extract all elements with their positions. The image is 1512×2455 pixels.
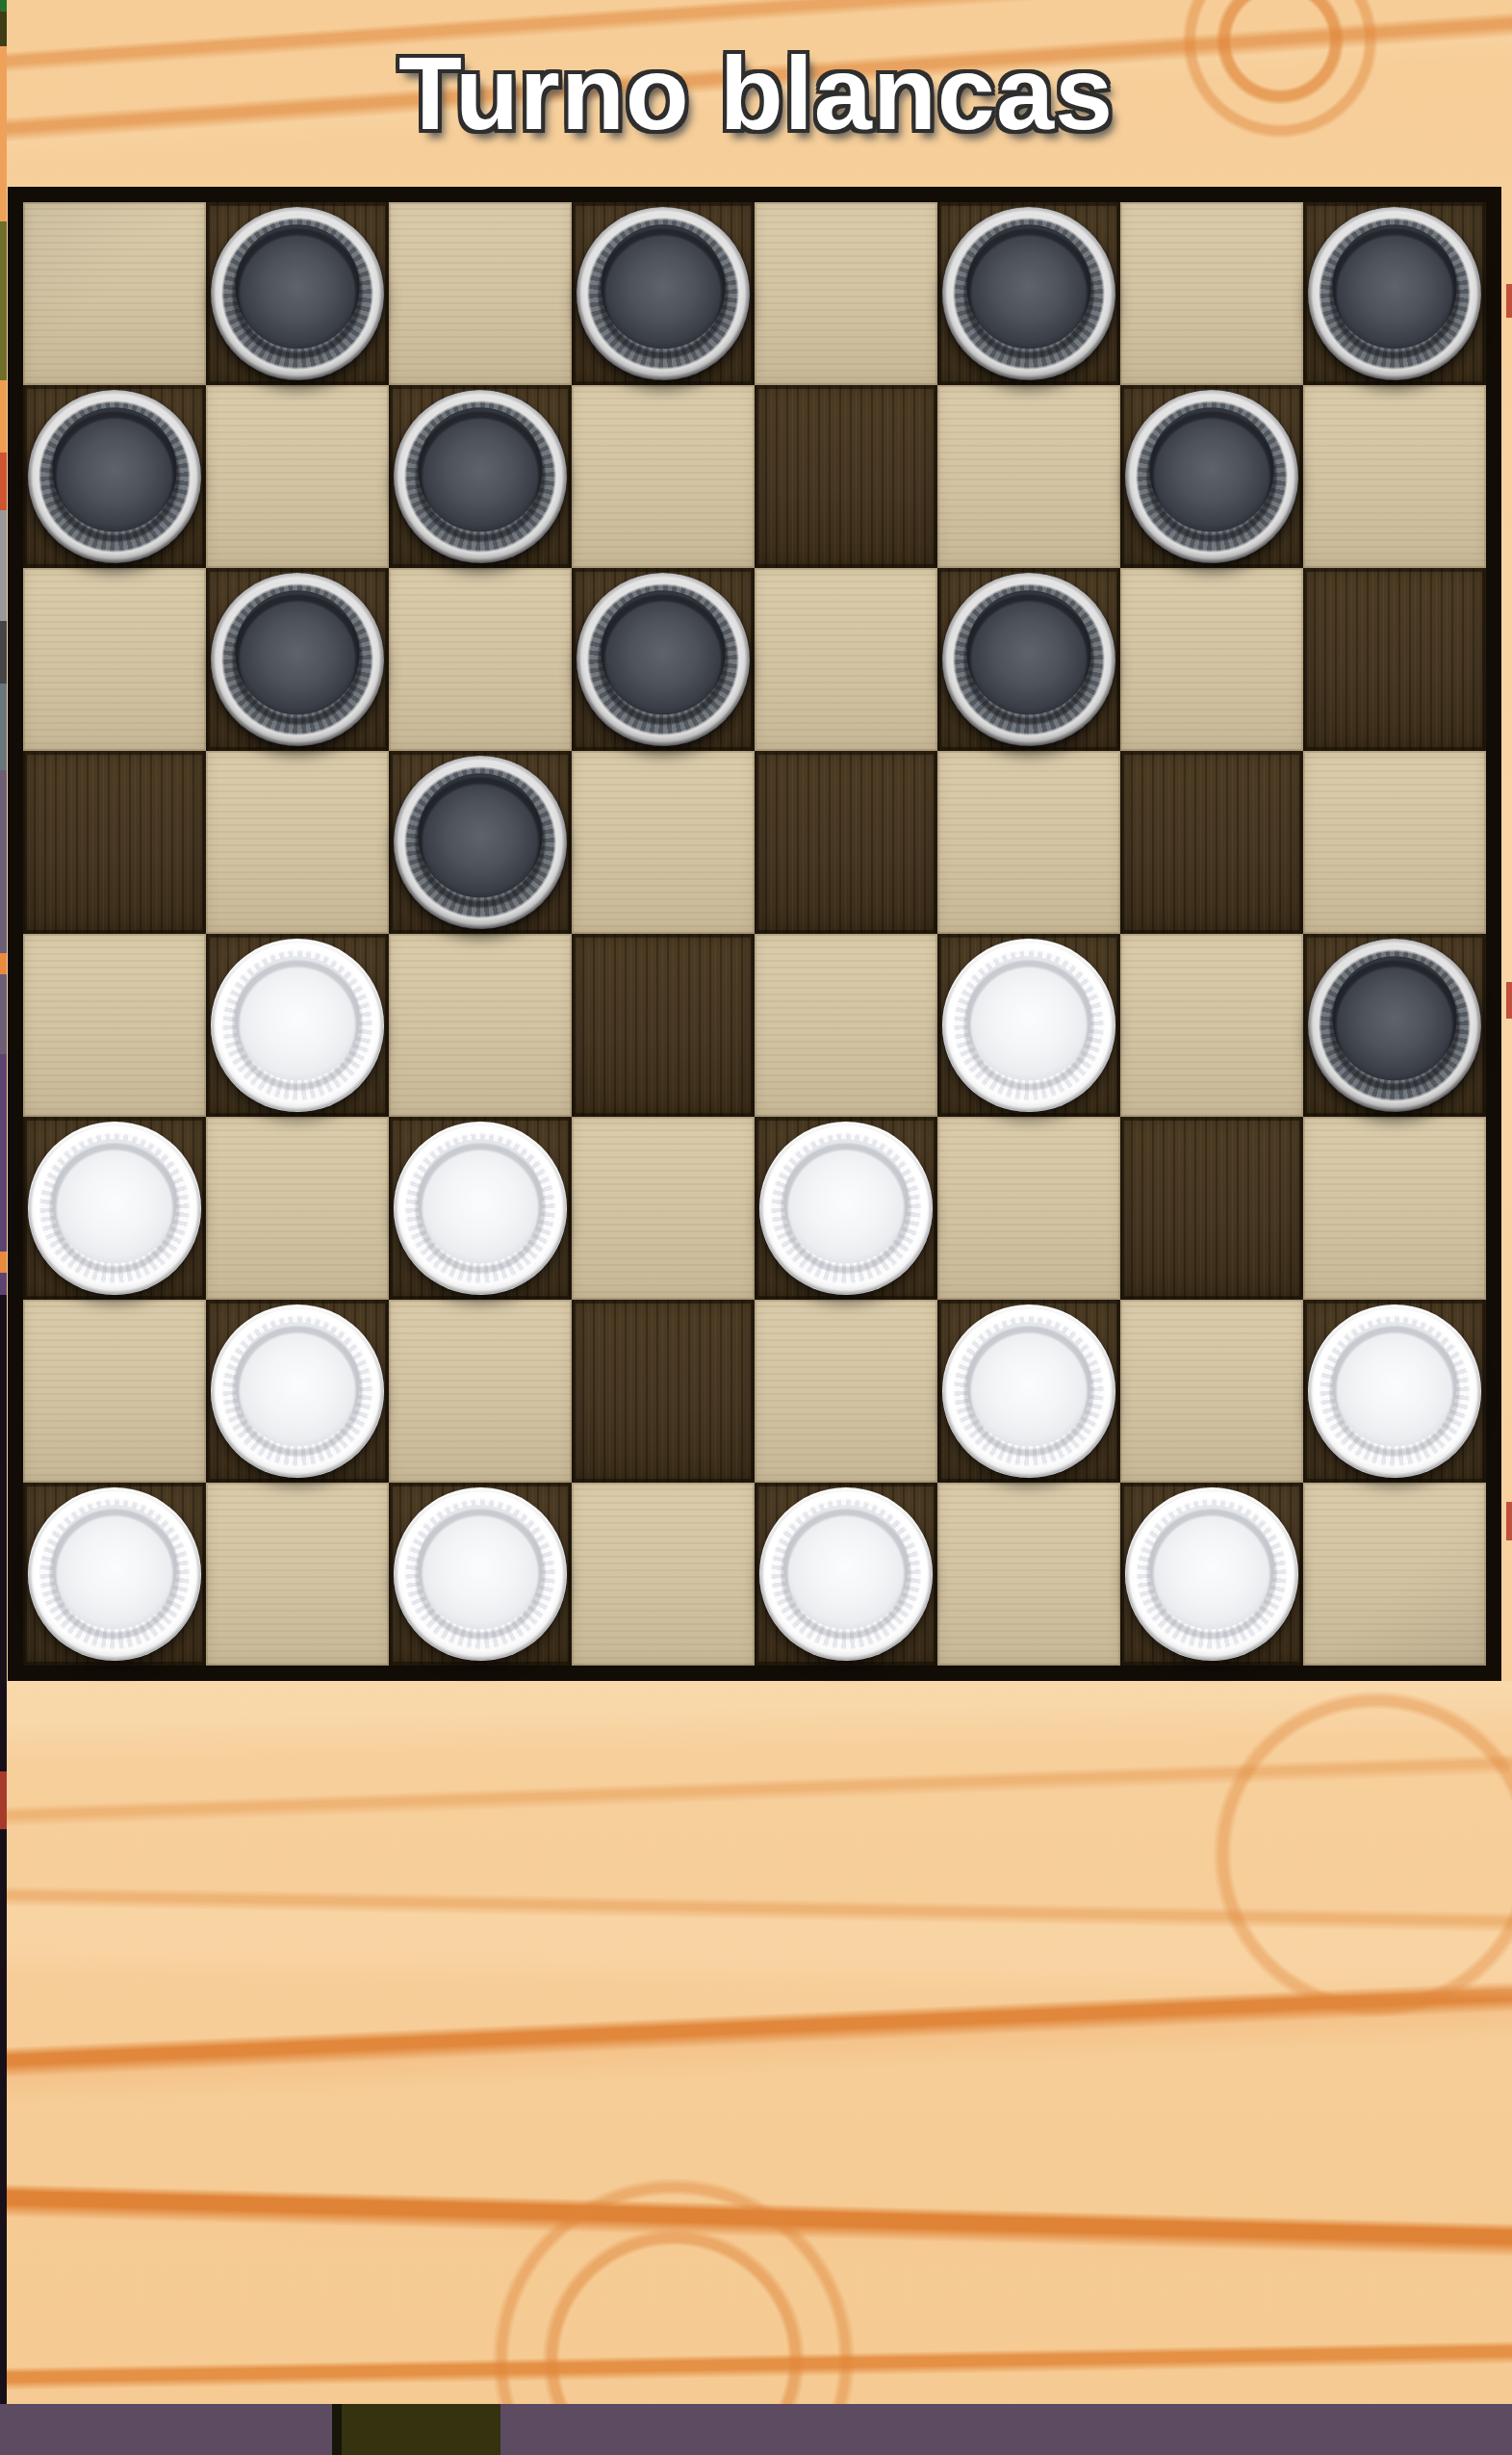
bottom-bar-accent [332, 2404, 500, 2455]
wood-grain-bottom [0, 1681, 1512, 2455]
left-edge-artifact-strip [0, 0, 7, 2455]
square-r5c3 [389, 934, 572, 1117]
square-r5c4[interactable] [572, 934, 755, 1117]
square-r8c3[interactable] [389, 1483, 572, 1666]
square-r5c8[interactable] [1303, 934, 1486, 1117]
square-r6c8 [1303, 1117, 1486, 1300]
piece-black[interactable] [211, 207, 384, 380]
square-r1c6[interactable] [937, 202, 1120, 385]
square-r1c4[interactable] [572, 202, 755, 385]
piece-black[interactable] [28, 390, 201, 563]
piece-white[interactable] [942, 939, 1115, 1112]
square-r6c2 [206, 1117, 389, 1300]
square-r8c2 [206, 1483, 389, 1666]
piece-white[interactable] [759, 1122, 933, 1295]
square-r6c7[interactable] [1120, 1117, 1303, 1300]
square-r4c3[interactable] [389, 751, 572, 934]
piece-black[interactable] [1308, 207, 1481, 380]
turn-status-text: Turno blancas [0, 39, 1512, 147]
square-r3c4[interactable] [572, 568, 755, 751]
square-r8c4 [572, 1483, 755, 1666]
square-r4c7[interactable] [1120, 751, 1303, 934]
square-r1c7 [1120, 202, 1303, 385]
square-r2c6 [937, 385, 1120, 568]
square-r4c5[interactable] [755, 751, 937, 934]
square-r6c1[interactable] [23, 1117, 206, 1300]
square-r2c1[interactable] [23, 385, 206, 568]
piece-black[interactable] [1125, 390, 1298, 563]
square-r6c6 [937, 1117, 1120, 1300]
square-r4c8 [1303, 751, 1486, 934]
piece-white[interactable] [28, 1487, 201, 1661]
square-r2c7[interactable] [1120, 385, 1303, 568]
piece-black[interactable] [1308, 939, 1481, 1112]
piece-white[interactable] [394, 1487, 567, 1661]
piece-white[interactable] [1125, 1487, 1298, 1661]
square-r7c4[interactable] [572, 1300, 755, 1483]
square-r1c2[interactable] [206, 202, 389, 385]
square-r7c6[interactable] [937, 1300, 1120, 1483]
square-r4c2 [206, 751, 389, 934]
square-r1c3 [389, 202, 572, 385]
square-r2c5[interactable] [755, 385, 937, 568]
square-r6c4 [572, 1117, 755, 1300]
square-r3c5 [755, 568, 937, 751]
square-r5c1 [23, 934, 206, 1117]
piece-black[interactable] [942, 573, 1115, 746]
piece-white[interactable] [1308, 1305, 1481, 1478]
square-r7c2[interactable] [206, 1300, 389, 1483]
square-r5c2[interactable] [206, 934, 389, 1117]
right-edge-artifact-strip [1506, 0, 1512, 2455]
bottom-bar [0, 2404, 1512, 2455]
square-r1c8[interactable] [1303, 202, 1486, 385]
square-r5c5 [755, 934, 937, 1117]
piece-black[interactable] [394, 390, 567, 563]
square-r3c1 [23, 568, 206, 751]
square-r2c4 [572, 385, 755, 568]
square-r3c2[interactable] [206, 568, 389, 751]
piece-black[interactable] [394, 756, 567, 929]
square-r7c7 [1120, 1300, 1303, 1483]
square-r8c1[interactable] [23, 1483, 206, 1666]
square-r5c6[interactable] [937, 934, 1120, 1117]
piece-black[interactable] [577, 207, 750, 380]
checkers-board [8, 187, 1501, 1681]
square-r3c8[interactable] [1303, 568, 1486, 751]
square-r4c4 [572, 751, 755, 934]
piece-black[interactable] [211, 573, 384, 746]
piece-white[interactable] [211, 939, 384, 1112]
square-r2c3[interactable] [389, 385, 572, 568]
square-r4c1[interactable] [23, 751, 206, 934]
square-r5c7 [1120, 934, 1303, 1117]
piece-white[interactable] [211, 1305, 384, 1478]
square-r7c8[interactable] [1303, 1300, 1486, 1483]
square-r4c6 [937, 751, 1120, 934]
board-grid [23, 202, 1486, 1666]
square-r3c3 [389, 568, 572, 751]
piece-white[interactable] [759, 1487, 933, 1661]
square-r2c8 [1303, 385, 1486, 568]
square-r8c6 [937, 1483, 1120, 1666]
square-r1c5 [755, 202, 937, 385]
piece-white[interactable] [942, 1305, 1115, 1478]
square-r7c3 [389, 1300, 572, 1483]
square-r7c5 [755, 1300, 937, 1483]
piece-black[interactable] [577, 573, 750, 746]
square-r8c8 [1303, 1483, 1486, 1666]
square-r6c3[interactable] [389, 1117, 572, 1300]
piece-black[interactable] [942, 207, 1115, 380]
square-r2c2 [206, 385, 389, 568]
square-r1c1 [23, 202, 206, 385]
piece-white[interactable] [394, 1122, 567, 1295]
square-r3c6[interactable] [937, 568, 1120, 751]
square-r8c7[interactable] [1120, 1483, 1303, 1666]
square-r7c1 [23, 1300, 206, 1483]
square-r6c5[interactable] [755, 1117, 937, 1300]
piece-white[interactable] [28, 1122, 201, 1295]
square-r8c5[interactable] [755, 1483, 937, 1666]
square-r3c7 [1120, 568, 1303, 751]
